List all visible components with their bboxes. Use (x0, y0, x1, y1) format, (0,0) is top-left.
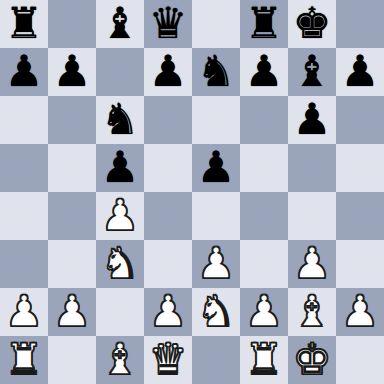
square-h2[interactable]: ♟ (336, 288, 384, 336)
white-queen-icon: ♛ (149, 336, 188, 383)
black-queen-icon: ♛ (149, 0, 188, 47)
white-bishop-icon: ♝ (101, 336, 140, 383)
square-a7[interactable]: ♟ (0, 48, 48, 96)
square-d5[interactable] (144, 144, 192, 192)
square-e1[interactable] (192, 336, 240, 384)
square-h5[interactable] (336, 144, 384, 192)
square-a3[interactable] (0, 240, 48, 288)
square-d7[interactable]: ♟ (144, 48, 192, 96)
white-pawn-icon: ♟ (149, 288, 188, 335)
square-a2[interactable]: ♟ (0, 288, 48, 336)
black-pawn-icon: ♟ (245, 48, 284, 95)
square-d6[interactable] (144, 96, 192, 144)
square-b3[interactable] (48, 240, 96, 288)
square-e4[interactable] (192, 192, 240, 240)
square-d8[interactable]: ♛ (144, 0, 192, 48)
square-h7[interactable]: ♟ (336, 48, 384, 96)
square-h6[interactable] (336, 96, 384, 144)
square-b5[interactable] (48, 144, 96, 192)
square-g1[interactable]: ♚ (288, 336, 336, 384)
square-c4[interactable]: ♟ (96, 192, 144, 240)
square-g8[interactable]: ♚ (288, 0, 336, 48)
square-e2[interactable]: ♞ (192, 288, 240, 336)
white-pawn-icon: ♟ (101, 192, 140, 239)
square-d2[interactable]: ♟ (144, 288, 192, 336)
square-g2[interactable]: ♝ (288, 288, 336, 336)
square-f6[interactable] (240, 96, 288, 144)
white-bishop-icon: ♝ (293, 288, 332, 335)
white-pawn-icon: ♟ (197, 240, 236, 287)
black-king-icon: ♚ (293, 0, 332, 47)
black-pawn-icon: ♟ (5, 48, 44, 95)
square-c8[interactable]: ♝ (96, 0, 144, 48)
square-g5[interactable] (288, 144, 336, 192)
white-pawn-icon: ♟ (245, 288, 284, 335)
square-a6[interactable] (0, 96, 48, 144)
square-f5[interactable] (240, 144, 288, 192)
square-d4[interactable] (144, 192, 192, 240)
square-g3[interactable]: ♟ (288, 240, 336, 288)
square-c6[interactable]: ♞ (96, 96, 144, 144)
square-a4[interactable] (0, 192, 48, 240)
square-b7[interactable]: ♟ (48, 48, 96, 96)
square-a1[interactable]: ♜ (0, 336, 48, 384)
square-e7[interactable]: ♞ (192, 48, 240, 96)
black-bishop-icon: ♝ (293, 48, 332, 95)
square-e8[interactable] (192, 0, 240, 48)
square-f4[interactable] (240, 192, 288, 240)
square-f2[interactable]: ♟ (240, 288, 288, 336)
square-h1[interactable] (336, 336, 384, 384)
square-a8[interactable]: ♜ (0, 0, 48, 48)
square-h4[interactable] (336, 192, 384, 240)
square-c3[interactable]: ♞ (96, 240, 144, 288)
square-g6[interactable]: ♟ (288, 96, 336, 144)
square-f1[interactable]: ♜ (240, 336, 288, 384)
black-rook-icon: ♜ (245, 0, 284, 47)
black-pawn-icon: ♟ (341, 48, 380, 95)
square-f7[interactable]: ♟ (240, 48, 288, 96)
square-d3[interactable] (144, 240, 192, 288)
square-b8[interactable] (48, 0, 96, 48)
black-pawn-icon: ♟ (149, 48, 188, 95)
white-rook-icon: ♜ (245, 336, 284, 383)
black-bishop-icon: ♝ (101, 0, 140, 47)
black-pawn-icon: ♟ (197, 144, 236, 191)
square-b4[interactable] (48, 192, 96, 240)
square-d1[interactable]: ♛ (144, 336, 192, 384)
square-c5[interactable]: ♟ (96, 144, 144, 192)
black-pawn-icon: ♟ (101, 144, 140, 191)
square-c7[interactable] (96, 48, 144, 96)
square-b2[interactable]: ♟ (48, 288, 96, 336)
white-king-icon: ♚ (293, 336, 332, 383)
black-pawn-icon: ♟ (53, 48, 92, 95)
white-pawn-icon: ♟ (53, 288, 92, 335)
white-pawn-icon: ♟ (293, 240, 332, 287)
black-knight-icon: ♞ (197, 48, 236, 95)
white-pawn-icon: ♟ (341, 288, 380, 335)
square-a5[interactable] (0, 144, 48, 192)
black-knight-icon: ♞ (101, 96, 140, 143)
square-b1[interactable] (48, 336, 96, 384)
square-g7[interactable]: ♝ (288, 48, 336, 96)
square-b6[interactable] (48, 96, 96, 144)
white-rook-icon: ♜ (5, 336, 44, 383)
square-h3[interactable] (336, 240, 384, 288)
square-f3[interactable] (240, 240, 288, 288)
white-knight-icon: ♞ (197, 288, 236, 335)
black-rook-icon: ♜ (5, 0, 44, 47)
square-f8[interactable]: ♜ (240, 0, 288, 48)
square-e3[interactable]: ♟ (192, 240, 240, 288)
chess-board: ♜♝♛♜♚♟♟♟♞♟♝♟♞♟♟♟♟♞♟♟♟♟♟♞♟♝♟♜♝♛♜♚ (0, 0, 384, 384)
square-e6[interactable] (192, 96, 240, 144)
square-c1[interactable]: ♝ (96, 336, 144, 384)
square-h8[interactable] (336, 0, 384, 48)
square-g4[interactable] (288, 192, 336, 240)
square-e5[interactable]: ♟ (192, 144, 240, 192)
white-pawn-icon: ♟ (5, 288, 44, 335)
square-c2[interactable] (96, 288, 144, 336)
white-knight-icon: ♞ (101, 240, 140, 287)
black-pawn-icon: ♟ (293, 96, 332, 143)
